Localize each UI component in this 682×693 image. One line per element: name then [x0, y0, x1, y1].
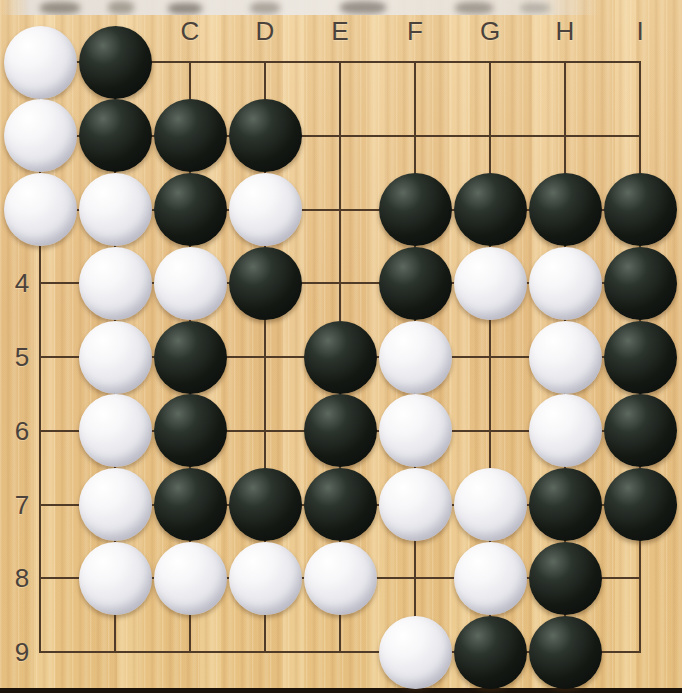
black-stone-I3	[604, 173, 677, 246]
blurred-background-strip	[0, 0, 600, 15]
white-stone-B3	[79, 173, 152, 246]
blur-smudge	[168, 3, 202, 14]
blur-smudge	[520, 3, 550, 13]
white-stone-F9	[379, 616, 452, 689]
blur-smudge	[108, 1, 134, 14]
black-stone-I5	[604, 321, 677, 394]
white-stone-A3	[4, 173, 77, 246]
go-board[interactable]: CDEFGHI456789	[0, 0, 682, 693]
column-label-C: C	[181, 18, 200, 44]
black-stone-B2	[79, 99, 152, 172]
white-stone-G4	[454, 247, 527, 320]
black-stone-I6	[604, 394, 677, 467]
black-stone-H3	[529, 173, 602, 246]
column-label-E: E	[331, 18, 348, 44]
white-stone-G8	[454, 542, 527, 615]
white-stone-A2	[4, 99, 77, 172]
column-label-I: I	[636, 18, 643, 44]
black-stone-D4	[229, 247, 302, 320]
row-label-7: 7	[15, 492, 29, 518]
black-stone-D7	[229, 468, 302, 541]
black-stone-G3	[454, 173, 527, 246]
white-stone-A1	[4, 26, 77, 99]
white-stone-B7	[79, 468, 152, 541]
white-stone-D3	[229, 173, 302, 246]
white-stone-F5	[379, 321, 452, 394]
black-stone-C7	[154, 468, 227, 541]
blur-smudge	[40, 2, 80, 14]
black-stone-I4	[604, 247, 677, 320]
column-label-G: G	[480, 18, 500, 44]
white-stone-C8	[154, 542, 227, 615]
white-stone-B4	[79, 247, 152, 320]
white-stone-E8	[304, 542, 377, 615]
blur-smudge	[340, 1, 386, 14]
white-stone-B6	[79, 394, 152, 467]
white-stone-C4	[154, 247, 227, 320]
black-stone-E7	[304, 468, 377, 541]
white-stone-H6	[529, 394, 602, 467]
white-stone-B5	[79, 321, 152, 394]
black-stone-C2	[154, 99, 227, 172]
row-label-8: 8	[15, 565, 29, 591]
white-stone-G7	[454, 468, 527, 541]
white-stone-H5	[529, 321, 602, 394]
black-stone-F3	[379, 173, 452, 246]
blur-smudge	[455, 2, 493, 14]
row-label-4: 4	[15, 270, 29, 296]
column-label-D: D	[256, 18, 275, 44]
black-stone-G9	[454, 616, 527, 689]
white-stone-H4	[529, 247, 602, 320]
black-stone-H9	[529, 616, 602, 689]
row-label-5: 5	[15, 344, 29, 370]
white-stone-F6	[379, 394, 452, 467]
black-stone-E5	[304, 321, 377, 394]
column-label-H: H	[556, 18, 575, 44]
black-stone-H7	[529, 468, 602, 541]
column-label-F: F	[407, 18, 423, 44]
blur-smudge	[250, 2, 280, 14]
black-stone-B1	[79, 26, 152, 99]
row-label-6: 6	[15, 418, 29, 444]
white-stone-D8	[229, 542, 302, 615]
black-stone-F4	[379, 247, 452, 320]
row-label-9: 9	[15, 639, 29, 665]
board-bottom-edge	[0, 688, 682, 693]
black-stone-C3	[154, 173, 227, 246]
black-stone-I7	[604, 468, 677, 541]
black-stone-C5	[154, 321, 227, 394]
white-stone-B8	[79, 542, 152, 615]
white-stone-F7	[379, 468, 452, 541]
black-stone-C6	[154, 394, 227, 467]
black-stone-H8	[529, 542, 602, 615]
black-stone-E6	[304, 394, 377, 467]
black-stone-D2	[229, 99, 302, 172]
